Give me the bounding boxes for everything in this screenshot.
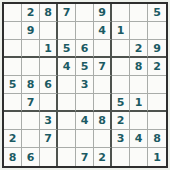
sudoku-cell-empty-r5c6[interactable] <box>94 76 112 94</box>
sudoku-cell-given-r6c8[interactable]: 1 <box>130 94 148 112</box>
sudoku-cell-given-r7c3[interactable]: 3 <box>40 112 58 130</box>
sudoku-cell-given-r7c5[interactable]: 4 <box>76 112 94 130</box>
sudoku-cell-given-r9c5[interactable]: 7 <box>76 148 94 166</box>
sudoku-cell-given-r6c7[interactable]: 5 <box>112 94 130 112</box>
sudoku-cell-given-r3c9[interactable]: 9 <box>148 40 166 58</box>
sudoku-cell-empty-r2c3[interactable] <box>40 22 58 40</box>
sudoku-cell-empty-r4c7[interactable] <box>112 58 130 76</box>
sudoku-cell-given-r2c7[interactable]: 1 <box>112 22 130 40</box>
sudoku-cell-given-r4c6[interactable]: 7 <box>94 58 112 76</box>
sudoku-cell-empty-r5c7[interactable] <box>112 76 130 94</box>
sudoku-cell-given-r4c4[interactable]: 4 <box>58 58 76 76</box>
sudoku-cell-given-r2c6[interactable]: 4 <box>94 22 112 40</box>
sudoku-cell-empty-r1c7[interactable] <box>112 4 130 22</box>
sudoku-page: 287959411562945782586375134822734886721 <box>0 0 170 170</box>
sudoku-cell-given-r3c8[interactable]: 2 <box>130 40 148 58</box>
sudoku-board: 287959411562945782586375134822734886721 <box>2 2 168 168</box>
sudoku-cell-empty-r2c5[interactable] <box>76 22 94 40</box>
sudoku-cell-given-r2c2[interactable]: 9 <box>22 22 40 40</box>
sudoku-cell-given-r4c5[interactable]: 5 <box>76 58 94 76</box>
sudoku-cell-given-r8c8[interactable]: 4 <box>130 130 148 148</box>
sudoku-cell-empty-r6c5[interactable] <box>76 94 94 112</box>
sudoku-cell-empty-r6c6[interactable] <box>94 94 112 112</box>
sudoku-cell-given-r1c6[interactable]: 9 <box>94 4 112 22</box>
sudoku-cell-given-r4c9[interactable]: 2 <box>148 58 166 76</box>
sudoku-cell-given-r9c2[interactable]: 6 <box>22 148 40 166</box>
sudoku-cell-empty-r9c7[interactable] <box>112 148 130 166</box>
sudoku-cell-given-r1c2[interactable]: 2 <box>22 4 40 22</box>
sudoku-cell-empty-r2c4[interactable] <box>58 22 76 40</box>
sudoku-cell-empty-r9c8[interactable] <box>130 148 148 166</box>
sudoku-cell-given-r3c3[interactable]: 1 <box>40 40 58 58</box>
sudoku-cell-given-r7c7[interactable]: 2 <box>112 112 130 130</box>
sudoku-cell-empty-r4c1[interactable] <box>4 58 22 76</box>
sudoku-cell-empty-r5c4[interactable] <box>58 76 76 94</box>
sudoku-cell-given-r8c9[interactable]: 8 <box>148 130 166 148</box>
sudoku-cell-given-r3c5[interactable]: 6 <box>76 40 94 58</box>
sudoku-cell-empty-r9c3[interactable] <box>40 148 58 166</box>
sudoku-cell-empty-r2c9[interactable] <box>148 22 166 40</box>
sudoku-cell-empty-r6c1[interactable] <box>4 94 22 112</box>
sudoku-cell-empty-r8c6[interactable] <box>94 130 112 148</box>
sudoku-cell-empty-r4c2[interactable] <box>22 58 40 76</box>
sudoku-cell-given-r7c6[interactable]: 8 <box>94 112 112 130</box>
sudoku-cell-given-r6c2[interactable]: 7 <box>22 94 40 112</box>
sudoku-cell-empty-r6c4[interactable] <box>58 94 76 112</box>
sudoku-cell-empty-r8c2[interactable] <box>22 130 40 148</box>
sudoku-cell-empty-r3c2[interactable] <box>22 40 40 58</box>
sudoku-cell-given-r3c4[interactable]: 5 <box>58 40 76 58</box>
sudoku-cell-empty-r6c3[interactable] <box>40 94 58 112</box>
sudoku-cell-given-r5c3[interactable]: 6 <box>40 76 58 94</box>
sudoku-cell-given-r8c3[interactable]: 7 <box>40 130 58 148</box>
sudoku-cell-empty-r1c5[interactable] <box>76 4 94 22</box>
sudoku-cell-empty-r6c9[interactable] <box>148 94 166 112</box>
sudoku-cell-empty-r7c4[interactable] <box>58 112 76 130</box>
sudoku-cell-given-r1c3[interactable]: 8 <box>40 4 58 22</box>
sudoku-cell-given-r8c1[interactable]: 2 <box>4 130 22 148</box>
sudoku-cell-empty-r2c1[interactable] <box>4 22 22 40</box>
sudoku-cell-empty-r3c7[interactable] <box>112 40 130 58</box>
sudoku-cell-empty-r1c8[interactable] <box>130 4 148 22</box>
sudoku-cell-empty-r5c9[interactable] <box>148 76 166 94</box>
sudoku-cell-empty-r1c1[interactable] <box>4 4 22 22</box>
sudoku-cell-empty-r7c1[interactable] <box>4 112 22 130</box>
sudoku-cell-empty-r4c3[interactable] <box>40 58 58 76</box>
sudoku-cell-given-r9c9[interactable]: 1 <box>148 148 166 166</box>
sudoku-cell-empty-r7c8[interactable] <box>130 112 148 130</box>
sudoku-cell-empty-r7c9[interactable] <box>148 112 166 130</box>
sudoku-cell-given-r5c1[interactable]: 5 <box>4 76 22 94</box>
sudoku-cell-given-r1c9[interactable]: 5 <box>148 4 166 22</box>
sudoku-cell-empty-r2c8[interactable] <box>130 22 148 40</box>
sudoku-cell-empty-r3c1[interactable] <box>4 40 22 58</box>
sudoku-cell-given-r9c6[interactable]: 2 <box>94 148 112 166</box>
sudoku-cell-given-r8c7[interactable]: 3 <box>112 130 130 148</box>
sudoku-cell-empty-r9c4[interactable] <box>58 148 76 166</box>
sudoku-cell-given-r5c5[interactable]: 3 <box>76 76 94 94</box>
sudoku-cell-given-r9c1[interactable]: 8 <box>4 148 22 166</box>
sudoku-cell-empty-r5c8[interactable] <box>130 76 148 94</box>
sudoku-cell-empty-r3c6[interactable] <box>94 40 112 58</box>
sudoku-cell-empty-r8c5[interactable] <box>76 130 94 148</box>
sudoku-cell-given-r5c2[interactable]: 8 <box>22 76 40 94</box>
sudoku-cell-empty-r8c4[interactable] <box>58 130 76 148</box>
sudoku-cell-given-r1c4[interactable]: 7 <box>58 4 76 22</box>
sudoku-cell-empty-r7c2[interactable] <box>22 112 40 130</box>
sudoku-cell-given-r4c8[interactable]: 8 <box>130 58 148 76</box>
